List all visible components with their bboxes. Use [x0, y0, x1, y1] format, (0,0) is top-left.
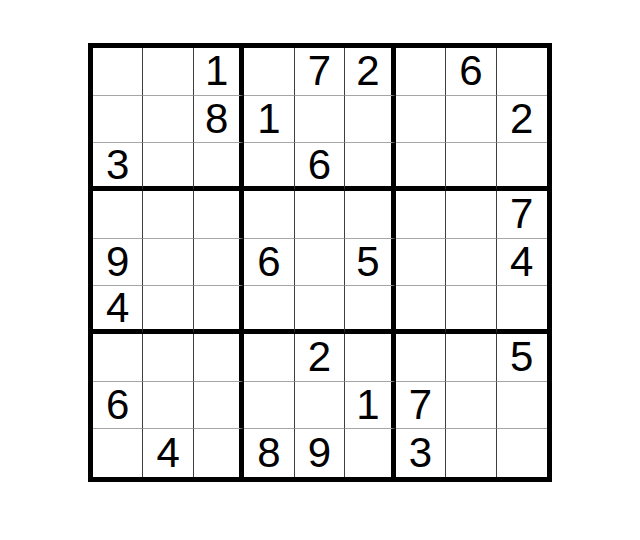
cell-r9c3[interactable]	[194, 429, 244, 477]
cell-r3c7[interactable]	[396, 143, 446, 191]
cell-r9c7[interactable]: 3	[396, 429, 446, 477]
cell-r2c2[interactable]	[143, 96, 193, 144]
cell-r3c5[interactable]: 6	[295, 143, 345, 191]
cell-r3c4[interactable]	[244, 143, 294, 191]
cell-r2c5[interactable]	[295, 96, 345, 144]
cell-r5c6[interactable]: 5	[345, 239, 395, 287]
cell-r3c1[interactable]: 3	[93, 143, 143, 191]
cell-r6c4[interactable]	[244, 286, 294, 334]
cell-r8c1[interactable]: 6	[93, 382, 143, 430]
cell-r8c7[interactable]: 7	[396, 382, 446, 430]
cell-r8c4[interactable]	[244, 382, 294, 430]
cell-r8c3[interactable]	[194, 382, 244, 430]
cell-r6c5[interactable]	[295, 286, 345, 334]
cell-r8c2[interactable]	[143, 382, 193, 430]
cell-r4c7[interactable]	[396, 191, 446, 239]
cell-r7c2[interactable]	[143, 334, 193, 382]
cell-r3c3[interactable]	[194, 143, 244, 191]
cell-r3c8[interactable]	[446, 143, 496, 191]
cell-r1c6[interactable]: 2	[345, 48, 395, 96]
cell-r5c7[interactable]	[396, 239, 446, 287]
cell-r9c1[interactable]	[93, 429, 143, 477]
cell-r6c9[interactable]	[497, 286, 547, 334]
cell-r1c3[interactable]: 1	[194, 48, 244, 96]
cell-r7c4[interactable]	[244, 334, 294, 382]
cell-r6c1[interactable]: 4	[93, 286, 143, 334]
cell-r8c5[interactable]	[295, 382, 345, 430]
cell-r2c9[interactable]: 2	[497, 96, 547, 144]
cell-r2c3[interactable]: 8	[194, 96, 244, 144]
cell-r6c2[interactable]	[143, 286, 193, 334]
cell-r7c3[interactable]	[194, 334, 244, 382]
cell-r8c6[interactable]: 1	[345, 382, 395, 430]
cell-r9c2[interactable]: 4	[143, 429, 193, 477]
cell-r5c8[interactable]	[446, 239, 496, 287]
cell-r1c4[interactable]	[244, 48, 294, 96]
cell-r3c6[interactable]	[345, 143, 395, 191]
cell-r4c4[interactable]	[244, 191, 294, 239]
cell-r1c7[interactable]	[396, 48, 446, 96]
cell-r4c8[interactable]	[446, 191, 496, 239]
cell-r8c9[interactable]	[497, 382, 547, 430]
cell-r4c3[interactable]	[194, 191, 244, 239]
cell-r9c8[interactable]	[446, 429, 496, 477]
cell-r7c7[interactable]	[396, 334, 446, 382]
cell-r5c1[interactable]: 9	[93, 239, 143, 287]
cell-r9c9[interactable]	[497, 429, 547, 477]
cell-r9c4[interactable]: 8	[244, 429, 294, 477]
cell-r2c4[interactable]: 1	[244, 96, 294, 144]
cell-r7c5[interactable]: 2	[295, 334, 345, 382]
cell-r4c6[interactable]	[345, 191, 395, 239]
cell-r8c8[interactable]	[446, 382, 496, 430]
cell-r9c6[interactable]	[345, 429, 395, 477]
cell-r5c2[interactable]	[143, 239, 193, 287]
cell-r1c8[interactable]: 6	[446, 48, 496, 96]
cell-r7c9[interactable]: 5	[497, 334, 547, 382]
cell-r1c2[interactable]	[143, 48, 193, 96]
cell-r4c9[interactable]: 7	[497, 191, 547, 239]
page: 172681236796544256174893	[0, 0, 640, 540]
cell-r3c9[interactable]	[497, 143, 547, 191]
cell-r6c7[interactable]	[396, 286, 446, 334]
cell-r1c1[interactable]	[93, 48, 143, 96]
cell-r2c6[interactable]	[345, 96, 395, 144]
cell-r5c5[interactable]	[295, 239, 345, 287]
cell-r4c5[interactable]	[295, 191, 345, 239]
cell-r2c1[interactable]	[93, 96, 143, 144]
cell-r2c8[interactable]	[446, 96, 496, 144]
cell-r6c8[interactable]	[446, 286, 496, 334]
cell-r5c3[interactable]	[194, 239, 244, 287]
cell-r6c6[interactable]	[345, 286, 395, 334]
cell-r1c5[interactable]: 7	[295, 48, 345, 96]
cell-r2c7[interactable]	[396, 96, 446, 144]
cell-r7c8[interactable]	[446, 334, 496, 382]
sudoku-board: 172681236796544256174893	[88, 43, 552, 482]
cell-r3c2[interactable]	[143, 143, 193, 191]
cell-r4c1[interactable]	[93, 191, 143, 239]
cell-r5c9[interactable]: 4	[497, 239, 547, 287]
cell-r7c6[interactable]	[345, 334, 395, 382]
cell-r1c9[interactable]	[497, 48, 547, 96]
cell-r9c5[interactable]: 9	[295, 429, 345, 477]
cell-r4c2[interactable]	[143, 191, 193, 239]
cell-r7c1[interactable]	[93, 334, 143, 382]
cell-r6c3[interactable]	[194, 286, 244, 334]
cell-r5c4[interactable]: 6	[244, 239, 294, 287]
